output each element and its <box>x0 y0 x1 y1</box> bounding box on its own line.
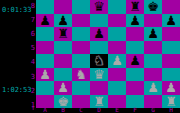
square-g3[interactable] <box>144 68 162 82</box>
square-f7[interactable]: ♟ <box>126 14 144 28</box>
piece-black-pawn: ♟ <box>165 14 177 27</box>
rank-label-8: 8 <box>26 3 35 10</box>
square-f3[interactable] <box>126 68 144 82</box>
piece-black-pawn: ♟ <box>129 54 141 67</box>
piece-white-pawn: ♟ <box>147 81 159 94</box>
square-e5[interactable] <box>108 41 126 55</box>
square-b2[interactable]: ♟ <box>54 81 72 95</box>
file-label-h: H <box>162 107 180 113</box>
file-label-c: C <box>72 107 90 113</box>
rank-label-3: 3 <box>26 74 35 81</box>
square-b6[interactable]: ♜ <box>54 27 72 41</box>
piece-white-queen: ♛ <box>93 68 105 81</box>
square-c8[interactable] <box>72 0 90 14</box>
square-e3[interactable] <box>108 68 126 82</box>
square-d3[interactable]: ♛ <box>90 68 108 82</box>
square-g7[interactable] <box>144 14 162 28</box>
square-f6[interactable] <box>126 27 144 41</box>
square-d7[interactable] <box>90 14 108 28</box>
square-h4[interactable] <box>162 54 180 68</box>
square-f4[interactable]: ♟ <box>126 54 144 68</box>
square-h7[interactable]: ♟ <box>162 14 180 28</box>
piece-black-rook: ♜ <box>57 27 69 40</box>
file-label-d: D <box>90 107 108 113</box>
square-c5[interactable] <box>72 41 90 55</box>
rank-label-4: 4 <box>26 59 35 66</box>
square-b4[interactable] <box>54 54 72 68</box>
piece-white-pawn: ♟ <box>39 68 51 81</box>
square-d8[interactable]: ♛ <box>90 0 108 14</box>
square-h8[interactable] <box>162 0 180 14</box>
file-label-g: G <box>144 107 162 113</box>
piece-black-pawn: ♟ <box>57 14 69 27</box>
square-f8[interactable]: ♜ <box>126 0 144 14</box>
rank-label-7: 7 <box>26 17 35 24</box>
square-d5[interactable] <box>90 41 108 55</box>
rank-label-5: 5 <box>26 45 35 52</box>
square-a7[interactable]: ♟ <box>36 14 54 28</box>
square-d4[interactable]: ♞ <box>90 54 108 68</box>
square-d2[interactable] <box>90 81 108 95</box>
chess-app-screen: 0:01:33 1:02:53 87654321 ♛♜♚♟♟♟♟♜♟♟♞♟♟♟♞… <box>0 0 180 113</box>
square-e8[interactable] <box>108 0 126 14</box>
square-b8[interactable] <box>54 0 72 14</box>
square-c4[interactable] <box>72 54 90 68</box>
square-f2[interactable] <box>126 81 144 95</box>
square-c2[interactable] <box>72 81 90 95</box>
square-g2[interactable]: ♟ <box>144 81 162 95</box>
square-h2[interactable]: ♟ <box>162 81 180 95</box>
square-a5[interactable] <box>36 41 54 55</box>
rank-label-2: 2 <box>26 88 35 95</box>
piece-white-knight: ♞ <box>75 68 87 81</box>
square-a8[interactable] <box>36 0 54 14</box>
square-h6[interactable] <box>162 27 180 41</box>
square-c3[interactable]: ♞ <box>72 68 90 82</box>
square-a3[interactable]: ♟ <box>36 68 54 82</box>
piece-black-rook: ♜ <box>129 0 141 13</box>
file-label-a: A <box>36 107 54 113</box>
square-c7[interactable] <box>72 14 90 28</box>
square-g5[interactable] <box>144 41 162 55</box>
piece-black-pawn: ♟ <box>129 14 141 27</box>
square-a6[interactable] <box>36 27 54 41</box>
square-a2[interactable] <box>36 81 54 95</box>
square-h3[interactable] <box>162 68 180 82</box>
square-h5[interactable] <box>162 41 180 55</box>
board: ♛♜♚♟♟♟♟♜♟♟♞♟♟♟♞♛♟♟♟♚♜♜ <box>36 0 180 108</box>
square-d6[interactable]: ♟ <box>90 27 108 41</box>
piece-white-pawn: ♟ <box>57 81 69 94</box>
square-a4[interactable] <box>36 54 54 68</box>
piece-black-pawn: ♟ <box>93 27 105 40</box>
square-g8[interactable]: ♚ <box>144 0 162 14</box>
square-e7[interactable] <box>108 14 126 28</box>
square-c6[interactable] <box>72 27 90 41</box>
square-b3[interactable] <box>54 68 72 82</box>
file-label-b: B <box>54 107 72 113</box>
piece-black-pawn: ♟ <box>39 14 51 27</box>
piece-white-pawn: ♟ <box>111 54 123 67</box>
piece-white-pawn: ♟ <box>165 81 177 94</box>
piece-black-knight: ♞ <box>93 54 105 67</box>
file-label-f: F <box>126 107 144 113</box>
rank-label-6: 6 <box>26 31 35 38</box>
square-e6[interactable] <box>108 27 126 41</box>
square-g6[interactable]: ♟ <box>144 27 162 41</box>
square-e2[interactable] <box>108 81 126 95</box>
file-labels: ABCDEFGH <box>36 107 180 113</box>
square-f5[interactable] <box>126 41 144 55</box>
file-label-e: E <box>108 107 126 113</box>
square-b5[interactable] <box>54 41 72 55</box>
move-indicator-arrow-icon: ↑ <box>31 105 35 112</box>
square-e4[interactable]: ♟ <box>108 54 126 68</box>
square-b7[interactable]: ♟ <box>54 14 72 28</box>
square-g4[interactable] <box>144 54 162 68</box>
piece-black-king: ♚ <box>147 0 159 13</box>
piece-black-queen: ♛ <box>93 0 105 13</box>
piece-black-pawn: ♟ <box>147 27 159 40</box>
